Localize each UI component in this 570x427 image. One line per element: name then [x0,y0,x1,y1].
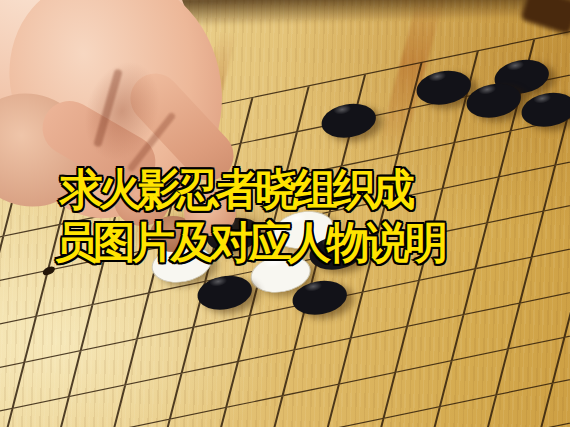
stone-black: ● [313,90,382,143]
go-board-photo: ●●●●●●●●●●●● 求火影忍者晓组织成 员图片及对应人物说明 [0,0,570,427]
stone-highlight [477,83,497,96]
stone-black: ● [513,79,570,132]
caption-line-2: 员图片及对应人物说明 [54,221,444,264]
stone-highlight [332,103,352,116]
caption-line-1: 求火影忍者晓组织成 [60,168,411,211]
stone-highlight [532,92,552,105]
stone-highlight [427,70,447,83]
